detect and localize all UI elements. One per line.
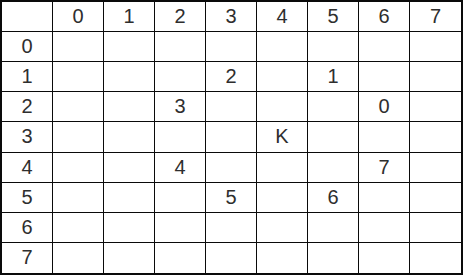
grid-cell (257, 243, 308, 273)
grid-cell (53, 32, 104, 62)
row-header-1: 1 (2, 62, 53, 92)
grid-cell: 1 (308, 62, 359, 92)
column-header-4: 4 (257, 2, 308, 32)
grid-cell (410, 62, 461, 92)
grid-cell (206, 122, 257, 152)
grid-cell (410, 153, 461, 183)
grid-cell (104, 92, 155, 122)
grid-cell (308, 213, 359, 243)
grid-cell (359, 243, 410, 273)
row-header-7: 7 (2, 243, 53, 273)
grid-cell (257, 62, 308, 92)
grid-cell (53, 62, 104, 92)
grid-cell (53, 183, 104, 213)
grid-cell (308, 243, 359, 273)
row-header-3: 3 (2, 122, 53, 152)
grid-cell (359, 122, 410, 152)
grid-cell (257, 183, 308, 213)
grid-cell (257, 32, 308, 62)
grid-cell: 7 (359, 153, 410, 183)
knight-moves-grid: 0123456701212303K44755667 (0, 0, 463, 275)
grid-cell (155, 243, 206, 273)
grid-cell (359, 32, 410, 62)
corner-cell (2, 2, 53, 32)
knight-cell: K (257, 122, 308, 152)
grid-cell (53, 213, 104, 243)
grid-cell (410, 32, 461, 62)
grid-cell (104, 153, 155, 183)
grid-cell (53, 92, 104, 122)
grid-cell (155, 122, 206, 152)
grid-cell (257, 213, 308, 243)
column-header-2: 2 (155, 2, 206, 32)
grid-cell: 4 (155, 153, 206, 183)
grid-cell (53, 153, 104, 183)
grid-cell (104, 213, 155, 243)
grid-cell: 6 (308, 183, 359, 213)
grid-cell (206, 243, 257, 273)
row-header-4: 4 (2, 153, 53, 183)
grid-cell (155, 62, 206, 92)
column-header-3: 3 (206, 2, 257, 32)
column-header-0: 0 (53, 2, 104, 32)
grid-cell (410, 243, 461, 273)
grid-cell (206, 92, 257, 122)
grid-cell (257, 92, 308, 122)
grid-cell (206, 153, 257, 183)
column-header-7: 7 (410, 2, 461, 32)
grid-cell (104, 183, 155, 213)
grid-cell (155, 213, 206, 243)
grid-cell (308, 122, 359, 152)
row-header-5: 5 (2, 183, 53, 213)
column-header-5: 5 (308, 2, 359, 32)
grid-cell (155, 183, 206, 213)
grid-cell (410, 92, 461, 122)
column-header-1: 1 (104, 2, 155, 32)
grid-cell (104, 243, 155, 273)
grid-cell (410, 122, 461, 152)
grid-cell (308, 32, 359, 62)
row-header-6: 6 (2, 213, 53, 243)
grid-cell (53, 122, 104, 152)
grid-cell (53, 243, 104, 273)
grid-cell (410, 213, 461, 243)
grid-cell (104, 122, 155, 152)
grid-cell (206, 213, 257, 243)
grid-cell (308, 153, 359, 183)
grid-cell: 2 (206, 62, 257, 92)
grid-cell (257, 153, 308, 183)
grid-cell: 3 (155, 92, 206, 122)
row-header-2: 2 (2, 92, 53, 122)
grid-cell (104, 62, 155, 92)
row-header-0: 0 (2, 32, 53, 62)
grid-cell (359, 183, 410, 213)
grid-cell (155, 32, 206, 62)
column-header-6: 6 (359, 2, 410, 32)
grid-cell (359, 213, 410, 243)
grid-cell (206, 32, 257, 62)
grid-cell: 5 (206, 183, 257, 213)
grid-cell (104, 32, 155, 62)
grid-cell (308, 92, 359, 122)
grid-cell: 0 (359, 92, 410, 122)
grid-cell (410, 183, 461, 213)
grid-cell (359, 62, 410, 92)
